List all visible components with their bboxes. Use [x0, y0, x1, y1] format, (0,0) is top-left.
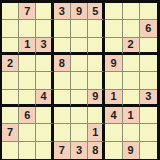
sudoku-cell-r5c1[interactable] [2, 72, 19, 89]
sudoku-cell-r9c6: 8 [88, 142, 105, 159]
sudoku-cell-r7c7: 4 [105, 107, 122, 124]
sudoku-cell-r2c4[interactable] [54, 20, 71, 37]
sudoku-cell-r5c2[interactable] [19, 72, 36, 89]
sudoku-cell-r6c8[interactable] [123, 90, 140, 107]
sudoku-cell-r1c6: 5 [88, 3, 105, 20]
sudoku-cell-r3c1[interactable] [2, 38, 19, 55]
sudoku-cell-r2c6[interactable] [88, 20, 105, 37]
sudoku-cell-r7c8: 1 [123, 107, 140, 124]
sudoku-cell-r4c9[interactable] [140, 55, 157, 72]
sudoku-cell-r5c9[interactable] [140, 72, 157, 89]
sudoku-cell-r2c3[interactable] [36, 20, 53, 37]
sudoku-cell-r3c3: 3 [36, 38, 53, 55]
sudoku-cell-r7c6[interactable] [88, 107, 105, 124]
sudoku-cell-r3c8: 2 [123, 38, 140, 55]
sudoku-cell-r6c6: 9 [88, 90, 105, 107]
sudoku-cell-r3c4[interactable] [54, 38, 71, 55]
sudoku-cell-r6c4[interactable] [54, 90, 71, 107]
sudoku-cell-r4c1: 2 [2, 55, 19, 72]
sudoku-cell-r9c4: 7 [54, 142, 71, 159]
sudoku-cell-r1c4: 3 [54, 3, 71, 20]
sudoku-cell-r1c9[interactable] [140, 3, 157, 20]
sudoku-cell-r8c5[interactable] [71, 124, 88, 141]
sudoku-cell-r2c9: 6 [140, 20, 157, 37]
sudoku-cell-r3c7[interactable] [105, 38, 122, 55]
sudoku-cell-r5c8[interactable] [123, 72, 140, 89]
sudoku-cell-r1c3[interactable] [36, 3, 53, 20]
sudoku-cell-r8c7[interactable] [105, 124, 122, 141]
sudoku-cell-r2c5[interactable] [71, 20, 88, 37]
sudoku-cell-r8c6: 1 [88, 124, 105, 141]
sudoku-cell-r8c1: 7 [2, 124, 19, 141]
sudoku-cell-r3c9[interactable] [140, 38, 157, 55]
sudoku-cell-r3c6[interactable] [88, 38, 105, 55]
sudoku-cell-r4c3[interactable] [36, 55, 53, 72]
sudoku-cell-r6c7: 1 [105, 90, 122, 107]
sudoku-cell-r5c6[interactable] [88, 72, 105, 89]
sudoku-cell-r7c5[interactable] [71, 107, 88, 124]
sudoku-cell-r5c5[interactable] [71, 72, 88, 89]
sudoku-cell-r6c3: 4 [36, 90, 53, 107]
sudoku-cell-r4c5[interactable] [71, 55, 88, 72]
sudoku-cell-r6c9: 3 [140, 90, 157, 107]
sudoku-cell-r8c3[interactable] [36, 124, 53, 141]
sudoku-cell-r7c2: 6 [19, 107, 36, 124]
sudoku-cell-r5c4[interactable] [54, 72, 71, 89]
sudoku-cell-r9c7[interactable] [105, 142, 122, 159]
sudoku-cell-r1c5: 9 [71, 3, 88, 20]
sudoku-cell-r9c5: 3 [71, 142, 88, 159]
sudoku-cell-r1c8[interactable] [123, 3, 140, 20]
sudoku-cell-r5c7[interactable] [105, 72, 122, 89]
sudoku-cell-r6c1[interactable] [2, 90, 19, 107]
sudoku-cell-r1c1[interactable] [2, 3, 19, 20]
sudoku-cell-r7c1[interactable] [2, 107, 19, 124]
sudoku-cell-r1c2: 7 [19, 3, 36, 20]
sudoku-cell-r9c8: 9 [123, 142, 140, 159]
sudoku-cell-r2c2[interactable] [19, 20, 36, 37]
sudoku-cell-r4c7: 9 [105, 55, 122, 72]
sudoku-cell-r2c8[interactable] [123, 20, 140, 37]
sudoku-cell-r7c9[interactable] [140, 107, 157, 124]
sudoku-cell-r9c2[interactable] [19, 142, 36, 159]
sudoku-cell-r4c8[interactable] [123, 55, 140, 72]
sudoku-cell-r4c2[interactable] [19, 55, 36, 72]
sudoku-cell-r9c9[interactable] [140, 142, 157, 159]
sudoku-cell-r9c3[interactable] [36, 142, 53, 159]
sudoku-cell-r3c2: 1 [19, 38, 36, 55]
sudoku-cell-r2c7[interactable] [105, 20, 122, 37]
sudoku-cell-r8c2[interactable] [19, 124, 36, 141]
sudoku-cell-r3c5[interactable] [71, 38, 88, 55]
sudoku-cell-r6c2[interactable] [19, 90, 36, 107]
sudoku-cell-r2c1[interactable] [2, 20, 19, 37]
sudoku-cell-r7c3[interactable] [36, 107, 53, 124]
sudoku-board: 739561322894913641717389 [0, 0, 160, 160]
sudoku-cell-r4c6[interactable] [88, 55, 105, 72]
sudoku-cell-r8c9[interactable] [140, 124, 157, 141]
sudoku-cell-r4c4: 8 [54, 55, 71, 72]
sudoku-cell-r8c8[interactable] [123, 124, 140, 141]
sudoku-cell-r7c4[interactable] [54, 107, 71, 124]
sudoku-cell-r6c5[interactable] [71, 90, 88, 107]
sudoku-cell-r5c3[interactable] [36, 72, 53, 89]
sudoku-screenshot: 739561322894913641717389 [0, 0, 160, 160]
sudoku-cell-r9c1[interactable] [2, 142, 19, 159]
sudoku-cell-r8c4[interactable] [54, 124, 71, 141]
sudoku-cell-r1c7[interactable] [105, 3, 122, 20]
